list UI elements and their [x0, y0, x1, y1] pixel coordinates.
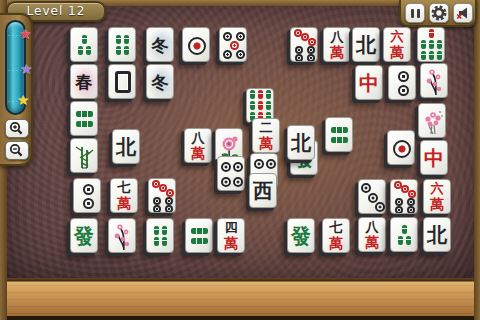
tile-green[interactable]: 發: [70, 218, 98, 253]
tile-c1[interactable]: [387, 130, 415, 165]
game-window: 冬八萬北六萬春冬中北八萬二萬發北中七萬西六萬發四萬發七萬八萬北 Level 12…: [0, 0, 480, 320]
tile-face: [418, 28, 444, 61]
tile-face: 二萬: [253, 119, 279, 152]
yellow-star: ★: [17, 93, 30, 107]
tile-plum[interactable]: [420, 63, 448, 98]
magnifier-plus-icon: [6, 120, 28, 137]
tile-c4[interactable]: [217, 156, 245, 191]
tile-face: 北: [113, 130, 139, 163]
tile-man6[interactable]: 六萬: [383, 27, 411, 62]
tile-c1[interactable]: [182, 27, 210, 62]
tile-red[interactable]: 中: [355, 65, 383, 100]
tile-red[interactable]: 中: [420, 140, 448, 175]
purple-star: ★: [20, 62, 33, 76]
tile-winter[interactable]: 冬: [146, 64, 174, 99]
settings-button[interactable]: [429, 3, 449, 23]
tile-c7[interactable]: [148, 178, 176, 213]
tile-face: [71, 28, 97, 61]
tile-face: 八萬: [185, 129, 211, 162]
tile-b7[interactable]: [417, 27, 445, 62]
tile-face: 北: [424, 218, 450, 251]
tile-face: [109, 65, 135, 98]
tile-face: 八萬: [324, 28, 350, 61]
tile-face: [389, 66, 415, 99]
tile-face: 四萬: [218, 219, 244, 252]
tile-face: [186, 219, 212, 252]
gear-icon: [430, 4, 448, 22]
wood-floor: [0, 278, 480, 320]
tile-face: 冬: [147, 65, 173, 98]
tile-north[interactable]: 北: [112, 129, 140, 164]
tile-face: [74, 179, 100, 212]
tile-face: 發: [71, 219, 97, 252]
tile-face: [291, 28, 317, 61]
tile-man4[interactable]: 四萬: [217, 218, 245, 253]
pause-button[interactable]: [405, 3, 425, 23]
tile-bambooplant[interactable]: [70, 138, 98, 173]
zoom-in-button[interactable]: [5, 119, 29, 138]
tile-face: 六萬: [424, 180, 450, 213]
tile-b2h[interactable]: [70, 101, 98, 136]
tile-spring[interactable]: 春: [70, 64, 98, 99]
tile-face: [391, 218, 417, 251]
tile-face: 八萬: [359, 218, 385, 251]
tile-face: [147, 219, 173, 252]
tile-face: [326, 118, 352, 151]
tile-face: [220, 28, 246, 61]
tile-face: [183, 28, 209, 61]
tile-north[interactable]: 北: [352, 27, 380, 62]
pause-icon: [411, 9, 420, 18]
tile-man2[interactable]: 二萬: [252, 118, 280, 153]
tile-face: 六萬: [384, 28, 410, 61]
tile-b3[interactable]: [70, 27, 98, 62]
tile-face: [391, 180, 417, 213]
tile-north[interactable]: 北: [423, 217, 451, 252]
red-star: ★: [19, 27, 32, 41]
level-label: Level 12: [27, 4, 86, 18]
tile-white[interactable]: [108, 64, 136, 99]
wood-frame-right: [474, 0, 480, 320]
tile-face: [109, 28, 135, 61]
tile-face: 中: [356, 66, 382, 99]
tile-c2[interactable]: [388, 65, 416, 100]
tile-north[interactable]: 北: [287, 125, 315, 160]
tile-face: [109, 219, 135, 252]
tile-face: 西: [250, 174, 276, 207]
tile-b2h[interactable]: [325, 117, 353, 152]
tile-face: [149, 179, 175, 212]
tile-c7[interactable]: [290, 27, 318, 62]
tile-face: [359, 180, 385, 213]
tile-face: [71, 139, 97, 172]
tile-man8[interactable]: 八萬: [184, 128, 212, 163]
tile-plum[interactable]: [108, 218, 136, 253]
tile-face: 北: [353, 28, 379, 61]
magnifier-minus-icon: [6, 142, 28, 159]
tile-c3[interactable]: [358, 179, 386, 214]
tile-b4[interactable]: [108, 27, 136, 62]
tile-man7[interactable]: 七萬: [110, 178, 138, 213]
tile-face: 七萬: [323, 219, 349, 252]
tile-b4[interactable]: [146, 218, 174, 253]
tile-west[interactable]: 西: [249, 173, 277, 208]
tile-face: [218, 157, 244, 190]
tile-man6[interactable]: 六萬: [423, 179, 451, 214]
tile-green[interactable]: 發: [287, 218, 315, 253]
sound-button[interactable]: [453, 3, 473, 23]
tile-face: 冬: [147, 28, 173, 61]
tile-face: [421, 64, 447, 97]
tile-b3[interactable]: [390, 217, 418, 252]
tile-face: [388, 131, 414, 164]
tile-man8[interactable]: 八萬: [358, 217, 386, 252]
tile-c2[interactable]: [73, 178, 101, 213]
tile-face: 發: [288, 219, 314, 252]
tile-man7[interactable]: 七萬: [322, 218, 350, 253]
zoom-out-button[interactable]: [5, 141, 29, 160]
tile-face: 春: [71, 65, 97, 98]
tile-c5[interactable]: [219, 27, 247, 62]
tile-face: 北: [288, 126, 314, 159]
tile-b2h[interactable]: [185, 218, 213, 253]
tile-face: [71, 102, 97, 135]
tile-face: 七萬: [111, 179, 137, 212]
tile-face: 中: [421, 141, 447, 174]
tile-man8[interactable]: 八萬: [323, 27, 351, 62]
tile-bouquet[interactable]: [418, 103, 446, 138]
speaker-muted-icon: [454, 4, 472, 22]
tile-winter[interactable]: 冬: [146, 27, 174, 62]
tile-c7[interactable]: [390, 179, 418, 214]
tile-face: [419, 104, 445, 137]
